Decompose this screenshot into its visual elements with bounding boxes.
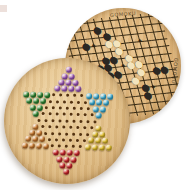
empty-peg-hole[interactable] [79,145,82,148]
empty-peg-hole[interactable] [59,94,62,97]
empty-peg-hole[interactable] [55,126,58,129]
peg-orange[interactable] [35,143,41,149]
peg-green[interactable] [33,111,39,117]
empty-peg-hole[interactable] [76,113,79,116]
gomoku-intersection[interactable]: ● [130,76,140,84]
gomoku-intersection[interactable] [65,21,69,29]
empty-peg-hole[interactable] [83,101,86,104]
peg-red[interactable] [67,150,73,156]
peg-purple[interactable] [58,79,64,85]
peg-yellow[interactable] [99,132,105,138]
peg-purple[interactable] [68,86,74,92]
peg-orange[interactable] [39,136,45,142]
empty-peg-hole[interactable] [86,133,89,136]
peg-orange[interactable] [42,143,48,149]
peg-green[interactable] [23,91,29,97]
peg-orange[interactable] [28,143,34,149]
peg-green[interactable] [44,92,50,98]
empty-peg-hole[interactable] [90,126,93,129]
empty-peg-hole[interactable] [90,114,93,117]
gomoku-intersection[interactable] [173,87,181,95]
empty-peg-hole[interactable] [61,139,64,142]
peg-yellow[interactable] [88,138,94,144]
empty-peg-hole[interactable] [87,107,90,110]
empty-peg-hole[interactable] [58,119,61,122]
peg-yellow[interactable] [95,138,101,144]
peg-red[interactable] [56,156,62,162]
gomoku-intersection[interactable] [151,11,161,19]
peg-yellow[interactable] [102,138,108,144]
empty-peg-hole[interactable] [48,100,51,103]
peg-orange[interactable] [21,142,27,148]
gomoku-intersection[interactable] [162,104,172,112]
empty-peg-hole[interactable] [79,133,82,136]
empty-peg-hole[interactable] [55,113,58,116]
peg-blue[interactable] [100,93,106,99]
gomoku-intersection[interactable] [154,19,164,27]
empty-peg-hole[interactable] [51,132,54,135]
gomoku-intersection[interactable] [169,72,179,80]
peg-red[interactable] [63,169,69,175]
gomoku-intersection[interactable]: ● [81,42,91,50]
peg-red[interactable] [60,150,66,156]
star-point: ● [91,43,96,47]
empty-peg-hole[interactable] [51,145,54,148]
peg-blue[interactable] [93,93,99,99]
gomoku-intersection[interactable] [66,20,76,28]
empty-peg-hole[interactable] [59,106,62,109]
black-stone[interactable]: ● [80,41,91,51]
empty-peg-hole[interactable] [80,107,83,110]
empty-peg-hole[interactable] [72,145,75,148]
peg-orange[interactable] [32,123,38,129]
empty-peg-hole[interactable] [58,145,61,148]
star-point: ● [121,64,126,68]
empty-peg-hole[interactable] [58,132,61,135]
empty-peg-hole[interactable] [83,126,86,129]
peg-blue[interactable] [92,106,98,112]
peg-green[interactable] [29,104,35,110]
empty-peg-hole[interactable] [37,119,40,122]
empty-peg-hole[interactable] [65,119,68,122]
star-point: ● [150,84,155,88]
empty-peg-hole[interactable] [45,106,48,109]
empty-peg-hole[interactable] [62,100,65,103]
empty-peg-hole[interactable] [68,139,71,142]
empty-peg-hole[interactable] [41,112,44,115]
gomoku-intersection[interactable] [168,96,178,104]
gomoku-intersection[interactable]: ● [92,26,102,34]
empty-peg-hole[interactable] [73,107,76,110]
product-photo-two-board-game-set: GOMOKU GOMOKU ●●●●●●●●●●●●●●●●●●●●●●●●●●… [0,0,190,190]
peg-blue[interactable] [89,99,95,105]
empty-peg-hole[interactable] [72,120,75,123]
chinese-checkers-board [4,58,130,184]
peg-red[interactable] [63,156,69,162]
empty-peg-hole[interactable] [69,126,72,129]
gomoku-intersection[interactable] [162,49,172,57]
empty-peg-hole[interactable] [41,125,44,128]
gomoku-intersection[interactable] [177,102,181,110]
empty-peg-hole[interactable] [48,113,51,116]
peg-purple[interactable] [62,73,68,79]
black-stone[interactable]: ● [142,89,153,99]
peg-hole-cell[interactable] [62,169,69,176]
empty-peg-hole[interactable] [83,114,86,117]
empty-peg-hole[interactable] [44,119,47,122]
peg-purple[interactable] [54,86,60,92]
empty-peg-hole[interactable] [73,94,76,97]
empty-peg-hole[interactable] [48,125,51,128]
empty-peg-hole[interactable] [62,126,65,129]
white-stone[interactable]: ● [129,75,140,85]
peg-yellow[interactable] [84,144,90,150]
gomoku-intersection[interactable] [171,80,181,88]
peg-purple[interactable] [72,80,78,86]
empty-peg-hole[interactable] [82,139,85,142]
empty-peg-hole[interactable] [52,106,55,109]
empty-peg-hole[interactable] [69,100,72,103]
empty-peg-hole[interactable] [72,132,75,135]
empty-peg-hole[interactable] [86,120,89,123]
peg-green[interactable] [36,104,42,110]
gomoku-intersection[interactable] [160,42,170,50]
peg-purple[interactable] [75,86,81,92]
empty-peg-hole[interactable] [54,138,57,141]
black-stone[interactable]: ● [158,64,169,74]
star-point: ● [137,38,142,42]
peg-orange[interactable] [25,136,31,142]
empty-peg-hole[interactable] [65,132,68,135]
peg-red[interactable] [59,163,65,169]
empty-peg-hole[interactable] [44,132,47,135]
black-stone[interactable]: ● [91,24,102,34]
peg-red[interactable] [53,150,59,156]
gomoku-intersection[interactable]: ● [142,91,152,99]
peg-yellow[interactable] [98,144,104,150]
empty-peg-hole[interactable] [55,100,58,103]
gomoku-intersection[interactable] [175,95,181,103]
cc-row [62,169,69,176]
peg-orange[interactable] [29,130,35,136]
gomoku-intersection[interactable] [158,34,168,42]
peg-purple[interactable] [65,67,71,73]
gomoku-intersection[interactable] [170,103,180,111]
peg-green[interactable] [26,98,32,104]
empty-peg-hole[interactable] [76,126,79,129]
empty-peg-hole[interactable] [93,120,96,123]
empty-peg-hole[interactable] [76,101,79,104]
empty-peg-hole[interactable] [69,113,72,116]
empty-peg-hole[interactable] [66,107,69,110]
chinese-checkers-star-grid [20,66,114,177]
corner-watermark-artifact [0,5,7,12]
peg-hole-cell[interactable] [105,144,112,151]
empty-peg-hole[interactable] [51,119,54,122]
peg-green[interactable] [40,98,46,104]
gomoku-intersection[interactable] [65,29,71,37]
peg-yellow[interactable] [91,144,97,150]
empty-peg-hole[interactable] [52,94,55,97]
peg-yellow[interactable] [105,145,111,151]
empty-peg-hole[interactable] [80,94,83,97]
empty-peg-hole[interactable] [62,113,65,116]
empty-peg-hole[interactable] [75,139,78,142]
gomoku-intersection[interactable]: ● [159,65,169,73]
empty-peg-hole[interactable] [65,145,68,148]
gomoku-intersection[interactable] [156,27,166,35]
peg-blue[interactable] [96,100,102,106]
empty-peg-hole[interactable] [66,94,69,97]
empty-peg-hole[interactable] [79,120,82,123]
empty-peg-hole[interactable] [47,138,50,141]
